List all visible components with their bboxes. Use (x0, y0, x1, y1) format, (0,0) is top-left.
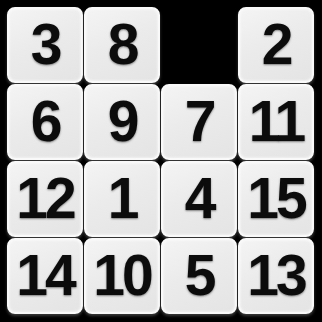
tile-8[interactable]: 8 (84, 7, 160, 83)
tile-number: 8 (108, 16, 137, 73)
tile-number: 3 (31, 16, 60, 73)
tile-12[interactable]: 12 (7, 161, 83, 237)
tile-5[interactable]: 5 (161, 238, 237, 314)
tile-number: 1 (108, 170, 137, 227)
tile-number: 13 (247, 247, 304, 304)
tile-number: 11 (249, 93, 303, 150)
tile-number: 4 (185, 170, 214, 227)
tile-number: 7 (185, 93, 214, 150)
puzzle-stage: 382697111214151410513 (0, 0, 322, 322)
tile-2[interactable]: 2 (238, 7, 314, 83)
tile-13[interactable]: 13 (238, 238, 314, 314)
tile-3[interactable]: 3 (7, 7, 83, 83)
empty-cell (161, 7, 237, 83)
tile-10[interactable]: 10 (84, 238, 160, 314)
tile-11[interactable]: 11 (238, 84, 314, 160)
tile-6[interactable]: 6 (7, 84, 83, 160)
tile-number: 15 (247, 170, 304, 227)
tile-number: 9 (108, 93, 137, 150)
fifteen-puzzle-board: 382697111214151410513 (0, 0, 322, 322)
tile-number: 2 (262, 16, 291, 73)
tile-7[interactable]: 7 (161, 84, 237, 160)
tile-number: 14 (16, 247, 73, 304)
tile-number: 12 (16, 170, 73, 227)
tile-1[interactable]: 1 (84, 161, 160, 237)
tile-number: 6 (31, 93, 60, 150)
tile-number: 10 (93, 247, 150, 304)
tile-4[interactable]: 4 (161, 161, 237, 237)
tile-number: 5 (185, 247, 214, 304)
tile-9[interactable]: 9 (84, 84, 160, 160)
tile-15[interactable]: 15 (238, 161, 314, 237)
tile-14[interactable]: 14 (7, 238, 83, 314)
